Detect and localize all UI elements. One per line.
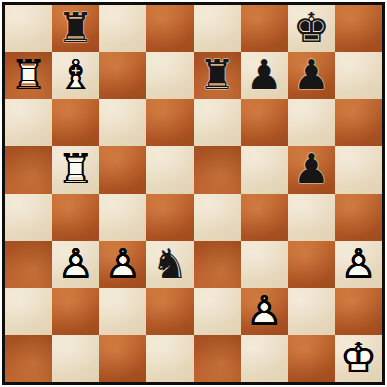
square-g1[interactable] <box>288 335 335 382</box>
square-c6[interactable] <box>99 99 146 146</box>
white-piece-outline-layer: ♙ <box>52 241 99 288</box>
square-d7[interactable] <box>146 52 193 99</box>
white-piece-fill-layer: ♜ <box>5 52 52 99</box>
square-b6[interactable] <box>52 99 99 146</box>
board-frame: ♜♚♜♖♝♗♜♟♟♜♖♟♟♙♟♙♞♟♙♟♙♚♔ <box>2 2 385 385</box>
piece-white-king: ♚♔ <box>335 335 382 382</box>
square-d2[interactable] <box>146 288 193 335</box>
black-piece-glyph: ♟ <box>288 52 335 99</box>
square-a2[interactable] <box>5 288 52 335</box>
square-g4[interactable] <box>288 194 335 241</box>
square-b5[interactable]: ♜♖ <box>52 146 99 193</box>
square-c7[interactable] <box>99 52 146 99</box>
piece-white-pawn: ♟♙ <box>335 241 382 288</box>
square-b1[interactable] <box>52 335 99 382</box>
square-c3[interactable]: ♟♙ <box>99 241 146 288</box>
black-piece-glyph: ♟ <box>241 52 288 99</box>
square-c1[interactable] <box>99 335 146 382</box>
white-piece-fill-layer: ♚ <box>335 335 382 382</box>
square-d6[interactable] <box>146 99 193 146</box>
square-h8[interactable] <box>335 5 382 52</box>
white-piece-outline-layer: ♙ <box>335 241 382 288</box>
chess-board: ♜♚♜♖♝♗♜♟♟♜♖♟♟♙♟♙♞♟♙♟♙♚♔ <box>5 5 382 382</box>
square-a4[interactable] <box>5 194 52 241</box>
square-d5[interactable] <box>146 146 193 193</box>
white-piece-fill-layer: ♟ <box>99 241 146 288</box>
piece-black-pawn: ♟ <box>288 146 335 193</box>
black-piece-glyph: ♜ <box>52 5 99 52</box>
square-e2[interactable] <box>194 288 241 335</box>
white-piece-fill-layer: ♟ <box>52 241 99 288</box>
square-e1[interactable] <box>194 335 241 382</box>
piece-black-pawn: ♟ <box>241 52 288 99</box>
white-piece-outline-layer: ♙ <box>241 288 288 335</box>
square-e8[interactable] <box>194 5 241 52</box>
square-b2[interactable] <box>52 288 99 335</box>
square-g5[interactable]: ♟ <box>288 146 335 193</box>
square-b3[interactable]: ♟♙ <box>52 241 99 288</box>
black-piece-glyph: ♞ <box>146 241 193 288</box>
square-e5[interactable] <box>194 146 241 193</box>
square-h3[interactable]: ♟♙ <box>335 241 382 288</box>
square-f6[interactable] <box>241 99 288 146</box>
square-f5[interactable] <box>241 146 288 193</box>
square-a6[interactable] <box>5 99 52 146</box>
black-piece-glyph: ♜ <box>194 52 241 99</box>
piece-white-pawn: ♟♙ <box>241 288 288 335</box>
square-d3[interactable]: ♞ <box>146 241 193 288</box>
black-piece-glyph: ♟ <box>288 146 335 193</box>
square-b8[interactable]: ♜ <box>52 5 99 52</box>
square-d1[interactable] <box>146 335 193 382</box>
piece-black-pawn: ♟ <box>288 52 335 99</box>
square-e6[interactable] <box>194 99 241 146</box>
white-piece-outline-layer: ♖ <box>5 52 52 99</box>
square-a7[interactable]: ♜♖ <box>5 52 52 99</box>
piece-black-rook: ♜ <box>194 52 241 99</box>
square-f4[interactable] <box>241 194 288 241</box>
white-piece-outline-layer: ♙ <box>99 241 146 288</box>
white-piece-outline-layer: ♔ <box>335 335 382 382</box>
white-piece-fill-layer: ♜ <box>52 146 99 193</box>
white-piece-fill-layer: ♟ <box>241 288 288 335</box>
square-h1[interactable]: ♚♔ <box>335 335 382 382</box>
square-e7[interactable]: ♜ <box>194 52 241 99</box>
piece-white-rook: ♜♖ <box>5 52 52 99</box>
square-d8[interactable] <box>146 5 193 52</box>
square-e4[interactable] <box>194 194 241 241</box>
square-g7[interactable]: ♟ <box>288 52 335 99</box>
square-e3[interactable] <box>194 241 241 288</box>
square-h7[interactable] <box>335 52 382 99</box>
square-h5[interactable] <box>335 146 382 193</box>
square-c8[interactable] <box>99 5 146 52</box>
square-d4[interactable] <box>146 194 193 241</box>
square-f7[interactable]: ♟ <box>241 52 288 99</box>
square-h6[interactable] <box>335 99 382 146</box>
piece-black-king: ♚ <box>288 5 335 52</box>
square-a8[interactable] <box>5 5 52 52</box>
square-g8[interactable]: ♚ <box>288 5 335 52</box>
square-b4[interactable] <box>52 194 99 241</box>
square-c5[interactable] <box>99 146 146 193</box>
square-c4[interactable] <box>99 194 146 241</box>
white-piece-fill-layer: ♝ <box>52 52 99 99</box>
square-g3[interactable] <box>288 241 335 288</box>
square-a3[interactable] <box>5 241 52 288</box>
square-f1[interactable] <box>241 335 288 382</box>
square-g6[interactable] <box>288 99 335 146</box>
square-f2[interactable]: ♟♙ <box>241 288 288 335</box>
piece-white-bishop: ♝♗ <box>52 52 99 99</box>
piece-black-knight: ♞ <box>146 241 193 288</box>
white-piece-outline-layer: ♗ <box>52 52 99 99</box>
square-f3[interactable] <box>241 241 288 288</box>
square-h4[interactable] <box>335 194 382 241</box>
white-piece-outline-layer: ♖ <box>52 146 99 193</box>
square-a1[interactable] <box>5 335 52 382</box>
square-b7[interactable]: ♝♗ <box>52 52 99 99</box>
square-g2[interactable] <box>288 288 335 335</box>
piece-white-rook: ♜♖ <box>52 146 99 193</box>
piece-white-pawn: ♟♙ <box>52 241 99 288</box>
square-f8[interactable] <box>241 5 288 52</box>
black-piece-glyph: ♚ <box>288 5 335 52</box>
piece-white-pawn: ♟♙ <box>99 241 146 288</box>
square-a5[interactable] <box>5 146 52 193</box>
white-piece-fill-layer: ♟ <box>335 241 382 288</box>
square-h2[interactable] <box>335 288 382 335</box>
piece-black-rook: ♜ <box>52 5 99 52</box>
square-c2[interactable] <box>99 288 146 335</box>
